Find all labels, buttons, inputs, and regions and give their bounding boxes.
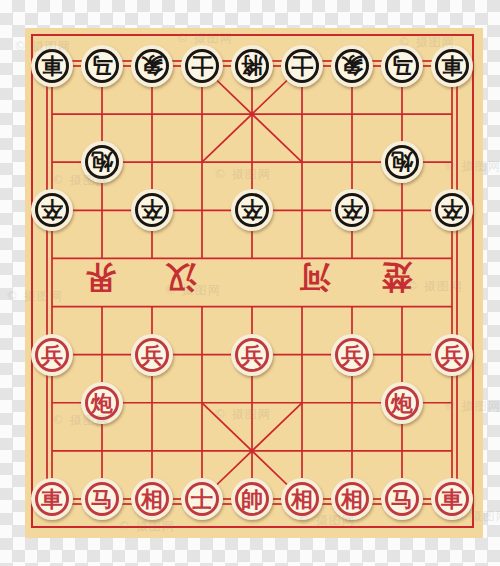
piece-red-r10-f8[interactable]: 马 bbox=[381, 478, 423, 520]
piece-ring: 車 bbox=[35, 482, 69, 516]
piece-character: 車 bbox=[441, 55, 463, 77]
piece-red-r7-f9[interactable]: 兵 bbox=[431, 334, 473, 376]
piece-ring: 相 bbox=[335, 482, 369, 516]
piece-character: 卒 bbox=[341, 199, 363, 221]
piece-ring: 卒 bbox=[235, 193, 269, 227]
piece-black-r1-f1[interactable]: 車 bbox=[31, 45, 73, 87]
piece-character: 車 bbox=[41, 55, 63, 77]
piece-character: 马 bbox=[91, 488, 113, 510]
piece-character: 兵 bbox=[241, 344, 263, 366]
piece-ring: 車 bbox=[435, 49, 469, 83]
piece-red-r7-f5[interactable]: 兵 bbox=[231, 334, 273, 376]
piece-character: 相 bbox=[291, 488, 313, 510]
piece-red-r10-f3[interactable]: 相 bbox=[131, 478, 173, 520]
piece-ring: 炮 bbox=[85, 145, 119, 179]
piece-black-r4-f1[interactable]: 卒 bbox=[31, 189, 73, 231]
piece-character: 卒 bbox=[241, 199, 263, 221]
piece-black-r1-f4[interactable]: 士 bbox=[181, 45, 223, 87]
piece-ring: 马 bbox=[385, 49, 419, 83]
piece-black-r1-f6[interactable]: 士 bbox=[281, 45, 323, 87]
piece-character: 士 bbox=[191, 55, 213, 77]
piece-ring: 相 bbox=[285, 482, 319, 516]
piece-character: 马 bbox=[391, 55, 413, 77]
piece-ring: 卒 bbox=[335, 193, 369, 227]
piece-character: 車 bbox=[41, 488, 63, 510]
piece-ring: 士 bbox=[185, 482, 219, 516]
piece-ring: 象 bbox=[135, 49, 169, 83]
piece-ring: 兵 bbox=[35, 338, 69, 372]
piece-ring: 马 bbox=[85, 482, 119, 516]
piece-character: 炮 bbox=[391, 392, 413, 414]
piece-black-r1-f5[interactable]: 將 bbox=[231, 45, 273, 87]
piece-ring: 炮 bbox=[385, 386, 419, 420]
piece-character: 卒 bbox=[41, 199, 63, 221]
piece-character: 炮 bbox=[91, 392, 113, 414]
piece-red-r8-f8[interactable]: 炮 bbox=[381, 382, 423, 424]
piece-ring: 炮 bbox=[385, 145, 419, 179]
piece-ring: 士 bbox=[285, 49, 319, 83]
piece-ring: 士 bbox=[185, 49, 219, 83]
piece-character: 車 bbox=[441, 488, 463, 510]
piece-character: 兵 bbox=[141, 344, 163, 366]
river-char: 河 bbox=[300, 262, 331, 293]
piece-red-r8-f2[interactable]: 炮 bbox=[81, 382, 123, 424]
piece-character: 相 bbox=[341, 488, 363, 510]
piece-black-r4-f3[interactable]: 卒 bbox=[131, 189, 173, 231]
piece-ring: 象 bbox=[335, 49, 369, 83]
piece-black-r1-f2[interactable]: 马 bbox=[81, 45, 123, 87]
piece-red-r10-f1[interactable]: 車 bbox=[31, 478, 73, 520]
piece-red-r7-f7[interactable]: 兵 bbox=[331, 334, 373, 376]
piece-black-r4-f5[interactable]: 卒 bbox=[231, 189, 273, 231]
piece-black-r1-f9[interactable]: 車 bbox=[431, 45, 473, 87]
piece-character: 卒 bbox=[441, 199, 463, 221]
piece-character: 卒 bbox=[141, 199, 163, 221]
piece-character: 兵 bbox=[41, 344, 63, 366]
piece-ring: 帥 bbox=[235, 482, 269, 516]
piece-red-r10-f5[interactable]: 帥 bbox=[231, 478, 273, 520]
piece-ring: 马 bbox=[385, 482, 419, 516]
piece-red-r10-f7[interactable]: 相 bbox=[331, 478, 373, 520]
piece-character: 兵 bbox=[341, 344, 363, 366]
piece-red-r10-f4[interactable]: 士 bbox=[181, 478, 223, 520]
piece-ring: 炮 bbox=[85, 386, 119, 420]
piece-black-r3-f2[interactable]: 炮 bbox=[81, 141, 123, 183]
piece-character: 象 bbox=[341, 55, 363, 77]
piece-ring: 車 bbox=[435, 482, 469, 516]
river-char: 汉 bbox=[166, 262, 197, 293]
piece-ring: 兵 bbox=[235, 338, 269, 372]
piece-ring: 卒 bbox=[35, 193, 69, 227]
piece-ring: 車 bbox=[35, 49, 69, 83]
piece-black-r4-f9[interactable]: 卒 bbox=[431, 189, 473, 231]
piece-black-r1-f3[interactable]: 象 bbox=[131, 45, 173, 87]
piece-black-r3-f8[interactable]: 炮 bbox=[381, 141, 423, 183]
piece-red-r10-f2[interactable]: 马 bbox=[81, 478, 123, 520]
piece-character: 兵 bbox=[441, 344, 463, 366]
piece-character: 帥 bbox=[241, 488, 263, 510]
piece-character: 炮 bbox=[391, 151, 413, 173]
piece-character: 炮 bbox=[91, 151, 113, 173]
piece-character: 將 bbox=[241, 55, 263, 77]
piece-ring: 兵 bbox=[435, 338, 469, 372]
piece-character: 马 bbox=[391, 488, 413, 510]
piece-character: 士 bbox=[191, 488, 213, 510]
river-char: 界 bbox=[86, 262, 117, 293]
piece-black-r4-f7[interactable]: 卒 bbox=[331, 189, 373, 231]
transparent-checker-background: 界汉河楚 車马象士將士象马車炮炮卒卒卒卒卒兵兵兵兵兵炮炮車马相士帥相相马車 © … bbox=[0, 0, 500, 566]
piece-ring: 將 bbox=[235, 49, 269, 83]
piece-ring: 兵 bbox=[135, 338, 169, 372]
piece-character: 象 bbox=[141, 55, 163, 77]
piece-character: 马 bbox=[91, 55, 113, 77]
piece-ring: 卒 bbox=[435, 193, 469, 227]
piece-black-r1-f7[interactable]: 象 bbox=[331, 45, 373, 87]
river-char: 楚 bbox=[382, 262, 413, 293]
piece-ring: 卒 bbox=[135, 193, 169, 227]
piece-red-r10-f9[interactable]: 車 bbox=[431, 478, 473, 520]
piece-red-r7-f1[interactable]: 兵 bbox=[31, 334, 73, 376]
piece-character: 士 bbox=[291, 55, 313, 77]
piece-red-r7-f3[interactable]: 兵 bbox=[131, 334, 173, 376]
piece-black-r1-f8[interactable]: 马 bbox=[381, 45, 423, 87]
piece-red-r10-f6[interactable]: 相 bbox=[281, 478, 323, 520]
piece-ring: 兵 bbox=[335, 338, 369, 372]
piece-character: 相 bbox=[141, 488, 163, 510]
piece-ring: 相 bbox=[135, 482, 169, 516]
piece-ring: 马 bbox=[85, 49, 119, 83]
